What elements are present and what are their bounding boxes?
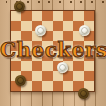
- board-square[interactable]: [42, 71, 52, 81]
- board-square[interactable]: [63, 71, 73, 81]
- board-square[interactable]: [11, 21, 21, 31]
- board-square[interactable]: [73, 71, 83, 81]
- board-square[interactable]: [73, 11, 83, 21]
- game-title: Checkers: [0, 39, 106, 63]
- board-square[interactable]: [32, 81, 42, 91]
- board-square[interactable]: [63, 81, 73, 91]
- board-square[interactable]: [53, 71, 63, 81]
- board-square[interactable]: [63, 11, 73, 21]
- checker-piece-white[interactable]: [57, 62, 68, 73]
- board-square[interactable]: [21, 11, 31, 21]
- board-square[interactable]: [42, 81, 52, 91]
- checker-piece-dark[interactable]: [14, 1, 25, 12]
- checker-piece-dark[interactable]: [15, 75, 26, 86]
- board-square[interactable]: [84, 71, 94, 81]
- board-square[interactable]: [53, 11, 63, 21]
- board-square[interactable]: [32, 11, 42, 21]
- checker-piece-white[interactable]: [35, 25, 46, 36]
- board-square[interactable]: [21, 21, 31, 31]
- board-square[interactable]: [11, 11, 21, 21]
- splash-screen: Checkers: [0, 0, 106, 106]
- checker-piece-dark[interactable]: [78, 88, 89, 99]
- board-square[interactable]: [42, 11, 52, 21]
- board-square[interactable]: [84, 11, 94, 21]
- board-square[interactable]: [53, 21, 63, 31]
- checker-piece-white[interactable]: [79, 25, 90, 36]
- board-square[interactable]: [53, 81, 63, 91]
- board-square[interactable]: [32, 71, 42, 81]
- board-square[interactable]: [63, 21, 73, 31]
